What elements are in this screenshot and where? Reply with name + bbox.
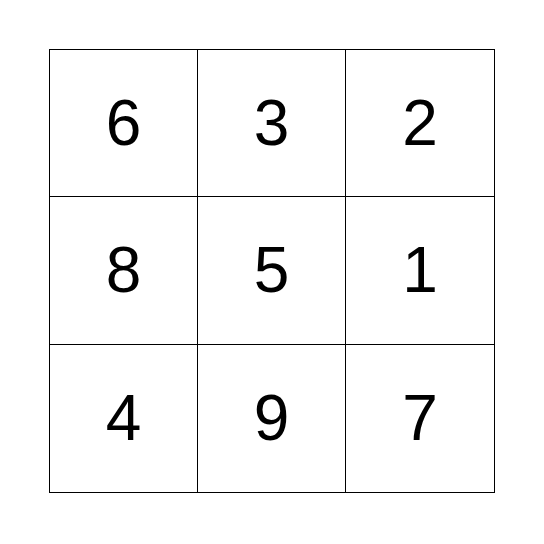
cell-r2c2[interactable]: 5 [198,197,346,344]
cell-value: 4 [106,386,142,450]
cell-value: 3 [254,91,290,155]
cell-r1c2[interactable]: 3 [198,50,346,197]
cell-value: 6 [106,91,142,155]
cell-value: 5 [254,238,290,302]
cell-r2c3[interactable]: 1 [346,197,494,344]
cell-r1c3[interactable]: 2 [346,50,494,197]
cell-r3c3[interactable]: 7 [346,345,494,492]
cell-value: 9 [254,386,290,450]
cell-r2c1[interactable]: 8 [50,197,198,344]
cell-value: 2 [402,91,438,155]
cell-value: 8 [106,238,142,302]
cell-r3c2[interactable]: 9 [198,345,346,492]
cell-r1c1[interactable]: 6 [50,50,198,197]
page: 6 3 2 8 5 1 4 9 7 [0,0,544,544]
cell-value: 7 [402,386,438,450]
cell-r3c1[interactable]: 4 [50,345,198,492]
number-grid-board: 6 3 2 8 5 1 4 9 7 [49,49,495,493]
cell-value: 1 [402,238,438,302]
